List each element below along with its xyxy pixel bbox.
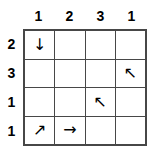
column-clues: 1 2 3 1 [23,4,147,27]
cell-r1c2[interactable] [55,31,84,59]
cell-r3c1[interactable] [25,88,54,116]
cell-r4c3[interactable] [86,117,115,145]
cell-r2c1[interactable] [25,60,54,88]
row-clues: 2 3 1 1 [0,29,23,146]
row-clue-1: 2 [0,29,23,58]
puzzle-board: ↓ ↖ ↖ ↗ → [23,29,147,146]
cell-r3c2[interactable] [55,88,84,116]
cell-r2c4[interactable]: ↖ [116,60,145,88]
col-clue-2: 2 [54,4,85,27]
row-clue-3: 1 [0,88,23,117]
cell-r3c3[interactable]: ↖ [86,88,115,116]
cell-r1c3[interactable] [86,31,115,59]
cell-r4c4[interactable] [116,117,145,145]
cell-r4c2[interactable]: → [55,117,84,145]
cell-r3c4[interactable] [116,88,145,116]
cell-r2c2[interactable] [55,60,84,88]
cell-r2c3[interactable] [86,60,115,88]
col-clue-1: 1 [23,4,54,27]
cell-r1c4[interactable] [116,31,145,59]
col-clue-3: 3 [85,4,116,27]
col-clue-4: 1 [116,4,147,27]
puzzle-page: 1 2 3 1 2 3 1 1 ↓ ↖ ↖ ↗ → [0,0,150,150]
cell-r4c1[interactable]: ↗ [25,117,54,145]
row-clue-4: 1 [0,117,23,146]
cell-r1c1[interactable]: ↓ [25,31,54,59]
row-clue-2: 3 [0,58,23,87]
